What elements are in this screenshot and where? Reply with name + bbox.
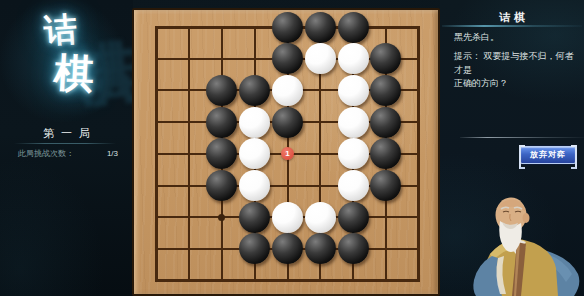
- white-stone: [239, 138, 270, 169]
- puzzle-hint: 提示： 双要提与接不归，何者才是 正确的方向？: [454, 50, 580, 91]
- black-stone: [370, 138, 401, 169]
- black-stone: [338, 12, 369, 43]
- star-point: [218, 214, 225, 221]
- white-stone: [239, 107, 270, 138]
- give-up-button[interactable]: 放弃对弈: [520, 146, 576, 164]
- white-stone: [272, 202, 303, 233]
- old-man-character: [454, 194, 584, 296]
- black-stone: [206, 138, 237, 169]
- title-char-2: 棋: [53, 45, 96, 102]
- go-board-grid[interactable]: 1: [134, 10, 438, 294]
- black-stone: [206, 107, 237, 138]
- challenge-value: 1/3: [107, 149, 118, 159]
- black-stone: [370, 75, 401, 106]
- puzzle-objective: 黑先杀白。: [454, 31, 578, 44]
- white-stone: [338, 43, 369, 74]
- white-stone: [338, 107, 369, 138]
- hint-line-2: 正确的方向？: [454, 77, 580, 91]
- black-stone: [239, 202, 270, 233]
- button-divider-line: [460, 137, 584, 138]
- black-stone: [272, 233, 303, 264]
- black-stone: [239, 233, 270, 264]
- round-label: 第一局: [0, 126, 133, 141]
- black-stone: [370, 170, 401, 201]
- white-stone: [272, 75, 303, 106]
- white-stone: [239, 170, 270, 201]
- black-stone: [305, 12, 336, 43]
- white-stone: [305, 202, 336, 233]
- white-stone: [338, 138, 369, 169]
- right-panel: 诘棋 黑先杀白。 提示： 双要提与接不归，何者才是 正确的方向？ 放弃对弈: [440, 0, 584, 296]
- white-stone: [338, 170, 369, 201]
- black-stone: [272, 12, 303, 43]
- move-marker: 1: [281, 147, 294, 160]
- black-stone: [239, 75, 270, 106]
- game-screen: 诘棋 诘 棋 第一局 此局挑战次数： 1/3 1 诘棋 黑先杀白。 提示： 双要…: [0, 0, 584, 296]
- black-stone: [338, 233, 369, 264]
- black-stone: [272, 43, 303, 74]
- black-stone: [206, 75, 237, 106]
- black-stone: [272, 107, 303, 138]
- black-stone: [370, 43, 401, 74]
- black-stone: [370, 107, 401, 138]
- panel-title: 诘棋: [440, 10, 584, 25]
- grid-line-horizontal: [155, 279, 420, 282]
- go-board: 1: [132, 8, 440, 296]
- black-stone: [305, 233, 336, 264]
- black-stone: [338, 202, 369, 233]
- challenge-label: 此局挑战次数：: [18, 149, 74, 159]
- hint-line-1: 提示： 双要提与接不归，何者才是: [454, 50, 580, 77]
- title-char-1: 诘: [42, 7, 78, 54]
- left-divider-line: [14, 143, 116, 144]
- challenge-counter: 此局挑战次数： 1/3: [18, 149, 118, 159]
- grid-line-vertical: [417, 26, 420, 282]
- left-panel: 诘棋 诘 棋 第一局 此局挑战次数： 1/3: [0, 0, 133, 296]
- puzzle-title-vertical: 诘 棋: [0, 0, 133, 120]
- black-stone: [206, 170, 237, 201]
- white-stone: [305, 43, 336, 74]
- panel-title-divider: [442, 25, 582, 27]
- white-stone: [338, 75, 369, 106]
